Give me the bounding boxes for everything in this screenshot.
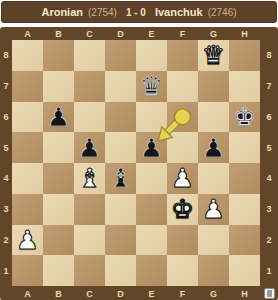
square-g2[interactable] xyxy=(198,225,229,256)
rank-label-6: 6 xyxy=(0,102,12,133)
square-e5[interactable]: ♟ xyxy=(136,132,167,163)
square-g1[interactable] xyxy=(198,255,229,286)
square-e8[interactable] xyxy=(136,40,167,71)
rank-label-2: 2 xyxy=(260,225,278,256)
black-pawn-g5: ♟ xyxy=(202,135,225,161)
file-label-e: E xyxy=(136,27,167,40)
file-label-b: B xyxy=(43,286,74,300)
square-f2[interactable] xyxy=(167,225,198,256)
black-bishop-d4: ♝ xyxy=(109,165,132,191)
black-pawn-b6: ♟ xyxy=(47,104,70,130)
square-c8[interactable] xyxy=(74,40,105,71)
square-e7[interactable]: ♛ xyxy=(136,71,167,102)
white-king-f3: ♚ xyxy=(171,196,194,222)
square-g5[interactable]: ♟ xyxy=(198,132,229,163)
square-f1[interactable] xyxy=(167,255,198,286)
rank-labels-left: 87654321 xyxy=(0,40,12,286)
square-a3[interactable] xyxy=(12,194,43,225)
square-a2[interactable]: ♟ xyxy=(12,225,43,256)
game-result: 1 - 0 xyxy=(126,7,146,18)
square-c7[interactable] xyxy=(74,71,105,102)
rank-label-1: 1 xyxy=(0,255,12,286)
rank-label-6: 6 xyxy=(260,102,278,133)
square-h8[interactable] xyxy=(229,40,260,71)
board-icon xyxy=(267,290,272,297)
square-a5[interactable] xyxy=(12,132,43,163)
rank-label-4: 4 xyxy=(0,163,12,194)
file-labels-bottom: ABCDEFGH xyxy=(0,286,278,300)
file-label-g: G xyxy=(198,27,229,40)
square-g8[interactable]: ♛ xyxy=(198,40,229,71)
square-f7[interactable] xyxy=(167,71,198,102)
square-d2[interactable] xyxy=(105,225,136,256)
square-c2[interactable] xyxy=(74,225,105,256)
file-label-d: D xyxy=(105,286,136,300)
white-pawn-g3: ♟ xyxy=(202,196,225,222)
square-d6[interactable] xyxy=(105,102,136,133)
square-d8[interactable] xyxy=(105,40,136,71)
white-player-rating: (2754) xyxy=(88,7,117,18)
square-e1[interactable] xyxy=(136,255,167,286)
rank-label-3: 3 xyxy=(0,194,12,225)
square-e2[interactable] xyxy=(136,225,167,256)
square-d1[interactable] xyxy=(105,255,136,286)
square-c5[interactable]: ♟ xyxy=(74,132,105,163)
square-b4[interactable] xyxy=(43,163,74,194)
black-pawn-e5: ♟ xyxy=(140,135,163,161)
game-header: Aronian (2754) 1 - 0 Ivanchuk (2746) xyxy=(1,1,277,23)
white-pawn-a2: ♟ xyxy=(16,227,39,253)
square-b8[interactable] xyxy=(43,40,74,71)
rank-label-5: 5 xyxy=(260,132,278,163)
square-f4[interactable]: ♟ xyxy=(167,163,198,194)
square-h1[interactable] xyxy=(229,255,260,286)
file-label-g: G xyxy=(198,286,229,300)
square-g3[interactable]: ♟ xyxy=(198,194,229,225)
white-queen-g8: ♛ xyxy=(202,42,225,68)
file-label-h: H xyxy=(229,286,260,300)
rank-label-7: 7 xyxy=(260,71,278,102)
file-label-f: F xyxy=(167,27,198,40)
square-b7[interactable] xyxy=(43,71,74,102)
rank-label-5: 5 xyxy=(0,132,12,163)
file-label-b: B xyxy=(43,27,74,40)
square-c1[interactable] xyxy=(74,255,105,286)
square-h6[interactable]: ♚ xyxy=(229,102,260,133)
square-f3[interactable]: ♚ xyxy=(167,194,198,225)
file-label-c: C xyxy=(74,27,105,40)
square-d7[interactable] xyxy=(105,71,136,102)
square-f5[interactable] xyxy=(167,132,198,163)
black-king-h6: ♚ xyxy=(233,104,256,130)
square-b6[interactable]: ♟ xyxy=(43,102,74,133)
file-label-d: D xyxy=(105,27,136,40)
rank-label-8: 8 xyxy=(0,40,12,71)
square-e3[interactable] xyxy=(136,194,167,225)
square-d4[interactable]: ♝ xyxy=(105,163,136,194)
square-c3[interactable] xyxy=(74,194,105,225)
square-a6[interactable] xyxy=(12,102,43,133)
square-d5[interactable] xyxy=(105,132,136,163)
black-pawn-c5: ♟ xyxy=(78,135,101,161)
rank-label-1: 1 xyxy=(260,255,278,286)
square-h5[interactable] xyxy=(229,132,260,163)
rank-label-7: 7 xyxy=(0,71,12,102)
square-h7[interactable] xyxy=(229,71,260,102)
square-a7[interactable] xyxy=(12,71,43,102)
square-b2[interactable] xyxy=(43,225,74,256)
board-frame: ABCDEFGH 87654321 ♛♛♟♚♟♟♟♝♝♟♚♟♟ 87654321… xyxy=(0,27,278,300)
rank-label-8: 8 xyxy=(260,40,278,71)
rank-labels-right: 87654321 xyxy=(260,40,278,286)
square-b3[interactable] xyxy=(43,194,74,225)
black-player-rating: (2746) xyxy=(208,7,237,18)
square-c6[interactable] xyxy=(74,102,105,133)
black-player-name: Ivanchuk xyxy=(155,6,203,18)
file-label-a: A xyxy=(12,27,43,40)
square-f6[interactable] xyxy=(167,102,198,133)
square-a1[interactable] xyxy=(12,255,43,286)
black-queen-e7: ♛ xyxy=(140,73,163,99)
rank-label-4: 4 xyxy=(260,163,278,194)
square-f8[interactable] xyxy=(167,40,198,71)
square-c4[interactable]: ♝ xyxy=(74,163,105,194)
rank-label-2: 2 xyxy=(0,225,12,256)
square-h3[interactable] xyxy=(229,194,260,225)
rank-label-3: 3 xyxy=(260,194,278,225)
square-g4[interactable] xyxy=(198,163,229,194)
chess-game-widget: Aronian (2754) 1 - 0 Ivanchuk (2746) ABC… xyxy=(0,1,278,300)
white-bishop-c4: ♝ xyxy=(78,165,101,191)
file-label-h: H xyxy=(229,27,260,40)
square-e4[interactable] xyxy=(136,163,167,194)
square-a8[interactable] xyxy=(12,40,43,71)
square-b1[interactable] xyxy=(43,255,74,286)
square-h2[interactable] xyxy=(229,225,260,256)
square-d3[interactable] xyxy=(105,194,136,225)
square-g6[interactable] xyxy=(198,102,229,133)
file-label-c: C xyxy=(74,286,105,300)
white-pawn-f4: ♟ xyxy=(171,165,194,191)
square-b5[interactable] xyxy=(43,132,74,163)
file-label-a: A xyxy=(12,286,43,300)
chess-board: ♛♛♟♚♟♟♟♝♝♟♚♟♟ xyxy=(12,40,260,286)
board-corner-button[interactable] xyxy=(264,288,275,299)
square-a4[interactable] xyxy=(12,163,43,194)
file-label-e: E xyxy=(136,286,167,300)
white-player-name: Aronian xyxy=(41,6,83,18)
square-e6[interactable] xyxy=(136,102,167,133)
file-labels-top: ABCDEFGH xyxy=(0,27,278,40)
file-label-f: F xyxy=(167,286,198,300)
square-h4[interactable] xyxy=(229,163,260,194)
square-g7[interactable] xyxy=(198,71,229,102)
